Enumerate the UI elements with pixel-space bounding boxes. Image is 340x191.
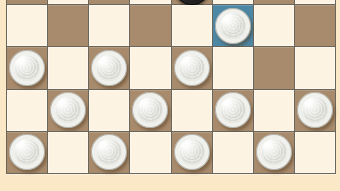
white-piece[interactable] — [215, 92, 251, 128]
square[interactable] — [89, 5, 129, 46]
square[interactable] — [130, 132, 170, 173]
white-piece[interactable] — [9, 134, 45, 170]
square[interactable] — [7, 5, 47, 46]
square[interactable] — [295, 90, 335, 131]
square[interactable] — [254, 132, 294, 173]
square[interactable] — [213, 0, 253, 4]
square[interactable] — [254, 5, 294, 46]
square[interactable] — [254, 47, 294, 88]
checkers-app-viewport — [0, 0, 340, 191]
square[interactable] — [48, 47, 88, 88]
square[interactable] — [213, 90, 253, 131]
square[interactable] — [7, 0, 47, 4]
square[interactable] — [213, 132, 253, 173]
square[interactable] — [254, 90, 294, 131]
checkers-board — [6, 0, 336, 174]
square[interactable] — [172, 0, 212, 4]
square[interactable] — [172, 47, 212, 88]
white-piece[interactable] — [91, 134, 127, 170]
square[interactable] — [48, 132, 88, 173]
square[interactable] — [89, 132, 129, 173]
square[interactable] — [89, 90, 129, 131]
square[interactable] — [7, 90, 47, 131]
white-piece[interactable] — [50, 92, 86, 128]
square[interactable] — [7, 47, 47, 88]
square[interactable] — [213, 47, 253, 88]
square[interactable] — [89, 0, 129, 4]
square[interactable] — [48, 90, 88, 131]
square[interactable] — [172, 132, 212, 173]
white-piece[interactable] — [91, 50, 127, 86]
square[interactable] — [48, 0, 88, 4]
square[interactable] — [295, 5, 335, 46]
white-piece[interactable] — [215, 8, 251, 44]
white-piece[interactable] — [9, 50, 45, 86]
square[interactable] — [254, 0, 294, 4]
white-piece[interactable] — [256, 134, 292, 170]
square[interactable] — [295, 0, 335, 4]
highlighted-square[interactable] — [213, 5, 253, 46]
white-piece[interactable] — [174, 50, 210, 86]
white-piece[interactable] — [132, 92, 168, 128]
square[interactable] — [295, 132, 335, 173]
square[interactable] — [130, 47, 170, 88]
square[interactable] — [7, 132, 47, 173]
square[interactable] — [172, 90, 212, 131]
square[interactable] — [172, 5, 212, 46]
square[interactable] — [295, 47, 335, 88]
square[interactable] — [48, 5, 88, 46]
square[interactable] — [130, 0, 170, 4]
square[interactable] — [130, 5, 170, 46]
black-piece[interactable] — [174, 0, 210, 5]
square[interactable] — [130, 90, 170, 131]
white-piece[interactable] — [297, 92, 333, 128]
square[interactable] — [89, 47, 129, 88]
white-piece[interactable] — [174, 134, 210, 170]
